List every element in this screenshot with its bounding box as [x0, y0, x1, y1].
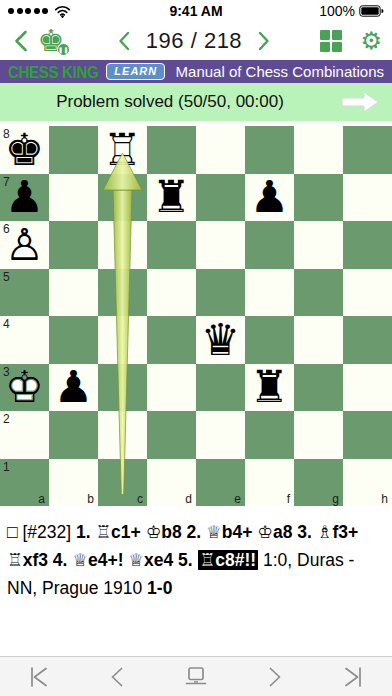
square-c8[interactable]: ♜♖ [98, 126, 147, 174]
rank-label-3: 3 [3, 365, 10, 379]
square-g8[interactable] [294, 126, 343, 174]
square-h2[interactable] [343, 411, 392, 459]
piece-black-r-d7[interactable]: ♜ [147, 174, 196, 222]
square-a1[interactable]: 1a [0, 459, 49, 507]
square-c2[interactable] [98, 411, 147, 459]
square-d3[interactable] [147, 364, 196, 412]
square-a7[interactable]: 7♟ [0, 174, 49, 222]
piece-black-p-f7[interactable]: ♟ [245, 174, 294, 222]
square-a2[interactable]: 2 [0, 411, 49, 459]
grid-icon [320, 30, 330, 40]
file-label-b: b [87, 492, 94, 506]
square-f7[interactable]: ♟ [245, 174, 294, 222]
move-list[interactable]: □ [#232] 1. ♖c1+ ♔b8 2. ♕b4+ ♔a8 3. ♗f3+… [0, 506, 392, 602]
square-d7[interactable]: ♜ [147, 174, 196, 222]
rank-label-5: 5 [3, 270, 10, 284]
square-e7[interactable] [196, 174, 245, 222]
square-c3[interactable] [98, 364, 147, 412]
square-f3[interactable]: ♜ [245, 364, 294, 412]
brand-name: CHESS KING [8, 62, 98, 82]
skip-to-start-button[interactable] [19, 660, 59, 694]
square-h4[interactable] [343, 316, 392, 364]
battery-percent: 100% [319, 3, 355, 19]
file-label-e: e [234, 492, 241, 506]
square-g7[interactable] [294, 174, 343, 222]
square-e8[interactable] [196, 126, 245, 174]
square-d4[interactable] [147, 316, 196, 364]
square-e2[interactable] [196, 411, 245, 459]
next-move-button[interactable] [254, 660, 294, 694]
rank-label-7: 7 [3, 175, 10, 189]
square-c5[interactable] [98, 269, 147, 317]
skip-start-icon [26, 664, 52, 690]
prev-problem-button[interactable] [114, 24, 134, 58]
square-e3[interactable] [196, 364, 245, 412]
file-label-c: c [137, 492, 143, 506]
square-a8[interactable]: 8♚ [0, 126, 49, 174]
result-message: Problem solved (50/50, 00:00) [0, 92, 340, 112]
course-title: Manual of Chess Combinations [176, 63, 384, 80]
file-label-a: a [38, 492, 45, 506]
file-label-d: d [185, 492, 192, 506]
settings-gear-icon[interactable]: ⚙ [360, 29, 382, 53]
square-b4[interactable] [49, 316, 98, 364]
rank-label-8: 8 [3, 127, 10, 141]
file-label-f: f [287, 492, 290, 506]
square-a4[interactable]: 4 [0, 316, 49, 364]
square-g3[interactable] [294, 364, 343, 412]
rank-label-2: 2 [3, 412, 10, 426]
square-b2[interactable] [49, 411, 98, 459]
square-f6[interactable] [245, 221, 294, 269]
file-label-g: g [332, 492, 339, 506]
square-b1[interactable]: b [49, 459, 98, 507]
square-h8[interactable] [343, 126, 392, 174]
status-bar: 9:41 AM 100% [0, 0, 392, 22]
square-d2[interactable] [147, 411, 196, 459]
wifi-icon [54, 5, 71, 18]
square-b6[interactable] [49, 221, 98, 269]
file-label-h: h [381, 492, 388, 506]
battery-icon [359, 5, 384, 17]
chevron-left-icon [105, 664, 131, 690]
square-a3[interactable]: 3♚♔ [0, 364, 49, 412]
right-arrow-icon [340, 90, 380, 114]
back-button[interactable] [10, 24, 32, 58]
problem-counter: 196 / 218 [146, 28, 242, 54]
square-g5[interactable] [294, 269, 343, 317]
square-g4[interactable] [294, 316, 343, 364]
square-h5[interactable] [343, 269, 392, 317]
square-d8[interactable] [147, 126, 196, 174]
square-f2[interactable] [245, 411, 294, 459]
square-a5[interactable]: 5 [0, 269, 49, 317]
chess-king-logo[interactable]: ♚ ❚❚ [34, 24, 68, 58]
brand-bar: CHESS KING LEARN Manual of Chess Combina… [0, 60, 392, 83]
skip-end-icon [340, 664, 366, 690]
square-h7[interactable] [343, 174, 392, 222]
signal-strength-icon [8, 8, 48, 14]
battery-area: 100% [319, 3, 384, 19]
square-c4[interactable] [98, 316, 147, 364]
square-d6[interactable] [147, 221, 196, 269]
square-b8[interactable] [49, 126, 98, 174]
square-c7[interactable] [98, 174, 147, 222]
square-h6[interactable] [343, 221, 392, 269]
square-b5[interactable] [49, 269, 98, 317]
signal-area [8, 5, 71, 18]
move-text-0: □ [#232] [7, 522, 76, 542]
piece-black-q-e4[interactable]: ♛ [196, 316, 245, 364]
move-text-4[interactable]: 1-0 [147, 578, 172, 598]
square-f1[interactable]: f [245, 459, 294, 507]
square-d1[interactable]: d [147, 459, 196, 507]
square-f5[interactable] [245, 269, 294, 317]
square-c6[interactable] [98, 221, 147, 269]
chess-board: 8♚♜♖7♟♜♟6♟♙54♛3♚♔♟♜21abcdefgh [0, 126, 392, 506]
square-b3[interactable]: ♟ [49, 364, 98, 412]
rank-label-6: 6 [3, 222, 10, 236]
square-f4[interactable] [245, 316, 294, 364]
square-f8[interactable] [245, 126, 294, 174]
current-move[interactable]: ♖c8#!! [198, 550, 259, 570]
square-c1[interactable]: c [98, 459, 147, 507]
next-problem-button[interactable] [254, 24, 274, 58]
square-g1[interactable]: g [294, 459, 343, 507]
piece-black-p-b3[interactable]: ♟ [49, 364, 98, 412]
square-g6[interactable] [294, 221, 343, 269]
laptop-icon [181, 664, 211, 690]
square-d5[interactable] [147, 269, 196, 317]
previous-move-button[interactable] [98, 660, 138, 694]
piece-black-r-f3[interactable]: ♜ [245, 364, 294, 412]
next-arrow-button[interactable] [340, 90, 392, 114]
square-e5[interactable] [196, 269, 245, 317]
square-h1[interactable]: h [343, 459, 392, 507]
pause-badge-icon: ❚❚ [57, 43, 70, 56]
rank-label-4: 4 [3, 317, 10, 331]
square-e4[interactable]: ♛ [196, 316, 245, 364]
problem-list-button[interactable] [320, 30, 343, 53]
chevron-right-icon [261, 664, 287, 690]
learn-badge: LEARN [106, 63, 165, 80]
skip-to-end-button[interactable] [333, 660, 373, 694]
analysis-board-button[interactable] [176, 660, 216, 694]
square-e6[interactable] [196, 221, 245, 269]
app-screen: 9:41 AM 100% ♚ ❚❚ 196 / 218 [0, 0, 392, 696]
result-banner: Problem solved (50/50, 00:00) [0, 83, 392, 121]
square-a6[interactable]: 6♟♙ [0, 221, 49, 269]
square-e1[interactable]: e [196, 459, 245, 507]
piece-white-R-c8[interactable]: ♖ [98, 126, 147, 174]
square-g2[interactable] [294, 411, 343, 459]
playback-toolbar [0, 656, 392, 696]
nav-bar: ♚ ❚❚ 196 / 218 ⚙ [0, 22, 392, 60]
square-b7[interactable] [49, 174, 98, 222]
rank-label-1: 1 [3, 460, 10, 474]
square-h3[interactable] [343, 364, 392, 412]
